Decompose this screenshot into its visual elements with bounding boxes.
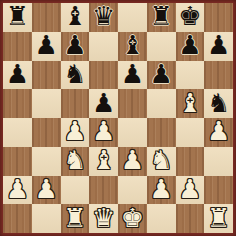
piece-black-pawn[interactable]: ♟: [63, 32, 86, 58]
square-a3[interactable]: [3, 147, 32, 176]
piece-white-pawn[interactable]: ♟: [34, 176, 57, 202]
square-d1[interactable]: ♛: [89, 204, 118, 233]
square-a1[interactable]: [3, 204, 32, 233]
square-g4[interactable]: [176, 118, 205, 147]
square-c6[interactable]: ♞: [61, 61, 90, 90]
square-e1[interactable]: ♚: [118, 204, 147, 233]
piece-black-pawn[interactable]: ♟: [149, 61, 172, 87]
square-h6[interactable]: [204, 61, 233, 90]
square-c1[interactable]: ♜: [61, 204, 90, 233]
square-h7[interactable]: ♟: [204, 32, 233, 61]
piece-black-bishop[interactable]: ♝: [121, 32, 144, 58]
square-g7[interactable]: ♟: [176, 32, 205, 61]
piece-white-rook[interactable]: ♜: [207, 205, 230, 231]
square-d5[interactable]: ♟: [89, 89, 118, 118]
square-c8[interactable]: ♝: [61, 3, 90, 32]
square-a5[interactable]: [3, 89, 32, 118]
square-h2[interactable]: [204, 176, 233, 205]
piece-black-rook[interactable]: ♜: [6, 3, 29, 29]
piece-black-pawn[interactable]: ♟: [6, 61, 29, 87]
piece-black-knight[interactable]: ♞: [207, 90, 230, 116]
square-e3[interactable]: ♟: [118, 147, 147, 176]
piece-white-king[interactable]: ♚: [121, 205, 144, 231]
square-c3[interactable]: ♞: [61, 147, 90, 176]
piece-black-pawn[interactable]: ♟: [34, 32, 57, 58]
square-e6[interactable]: ♟: [118, 61, 147, 90]
square-e4[interactable]: [118, 118, 147, 147]
square-h3[interactable]: [204, 147, 233, 176]
piece-black-bishop[interactable]: ♝: [63, 3, 86, 29]
square-b1[interactable]: [32, 204, 61, 233]
square-a6[interactable]: ♟: [3, 61, 32, 90]
square-g3[interactable]: [176, 147, 205, 176]
square-d6[interactable]: [89, 61, 118, 90]
square-e7[interactable]: ♝: [118, 32, 147, 61]
square-c2[interactable]: [61, 176, 90, 205]
square-f5[interactable]: [147, 89, 176, 118]
square-c7[interactable]: ♟: [61, 32, 90, 61]
piece-white-bishop[interactable]: ♝: [178, 90, 201, 116]
piece-white-rook[interactable]: ♜: [63, 205, 86, 231]
square-a2[interactable]: ♟: [3, 176, 32, 205]
piece-black-pawn[interactable]: ♟: [178, 32, 201, 58]
piece-black-queen[interactable]: ♛: [92, 3, 115, 29]
square-b8[interactable]: [32, 3, 61, 32]
piece-white-pawn[interactable]: ♟: [121, 147, 144, 173]
square-f1[interactable]: [147, 204, 176, 233]
square-b7[interactable]: ♟: [32, 32, 61, 61]
piece-white-knight[interactable]: ♞: [149, 147, 172, 173]
piece-black-pawn[interactable]: ♟: [92, 90, 115, 116]
chess-board: ♜♝♛♜♚♟♟♝♟♟♟♞♟♟♟♝♞♟♟♟♞♝♟♞♟♟♟♟♜♛♚♜: [3, 3, 233, 233]
square-g5[interactable]: ♝: [176, 89, 205, 118]
square-f2[interactable]: ♟: [147, 176, 176, 205]
square-g2[interactable]: ♟: [176, 176, 205, 205]
square-b6[interactable]: [32, 61, 61, 90]
square-d7[interactable]: [89, 32, 118, 61]
piece-white-pawn[interactable]: ♟: [149, 176, 172, 202]
square-f4[interactable]: [147, 118, 176, 147]
chess-board-frame: ♜♝♛♜♚♟♟♝♟♟♟♞♟♟♟♝♞♟♟♟♞♝♟♞♟♟♟♟♜♛♚♜: [0, 0, 236, 236]
piece-white-queen[interactable]: ♛: [92, 205, 115, 231]
piece-white-knight[interactable]: ♞: [63, 147, 86, 173]
square-f7[interactable]: [147, 32, 176, 61]
piece-white-bishop[interactable]: ♝: [92, 147, 115, 173]
piece-black-pawn[interactable]: ♟: [207, 32, 230, 58]
square-d3[interactable]: ♝: [89, 147, 118, 176]
square-g8[interactable]: ♚: [176, 3, 205, 32]
square-f6[interactable]: ♟: [147, 61, 176, 90]
piece-white-pawn[interactable]: ♟: [178, 176, 201, 202]
piece-black-king[interactable]: ♚: [178, 3, 201, 29]
piece-white-pawn[interactable]: ♟: [207, 118, 230, 144]
square-b3[interactable]: [32, 147, 61, 176]
square-e8[interactable]: [118, 3, 147, 32]
square-h1[interactable]: ♜: [204, 204, 233, 233]
piece-black-rook[interactable]: ♜: [149, 3, 172, 29]
square-g1[interactable]: [176, 204, 205, 233]
square-h8[interactable]: [204, 3, 233, 32]
square-a4[interactable]: [3, 118, 32, 147]
square-e2[interactable]: [118, 176, 147, 205]
piece-white-pawn[interactable]: ♟: [63, 118, 86, 144]
square-b2[interactable]: ♟: [32, 176, 61, 205]
piece-white-pawn[interactable]: ♟: [92, 118, 115, 144]
square-d2[interactable]: [89, 176, 118, 205]
square-f8[interactable]: ♜: [147, 3, 176, 32]
square-c5[interactable]: [61, 89, 90, 118]
piece-black-knight[interactable]: ♞: [63, 61, 86, 87]
square-b5[interactable]: [32, 89, 61, 118]
square-h5[interactable]: ♞: [204, 89, 233, 118]
square-a8[interactable]: ♜: [3, 3, 32, 32]
square-c4[interactable]: ♟: [61, 118, 90, 147]
square-d8[interactable]: ♛: [89, 3, 118, 32]
square-d4[interactable]: ♟: [89, 118, 118, 147]
piece-black-pawn[interactable]: ♟: [121, 61, 144, 87]
square-b4[interactable]: [32, 118, 61, 147]
square-f3[interactable]: ♞: [147, 147, 176, 176]
square-e5[interactable]: [118, 89, 147, 118]
square-a7[interactable]: [3, 32, 32, 61]
square-g6[interactable]: [176, 61, 205, 90]
square-h4[interactable]: ♟: [204, 118, 233, 147]
piece-white-pawn[interactable]: ♟: [6, 176, 29, 202]
